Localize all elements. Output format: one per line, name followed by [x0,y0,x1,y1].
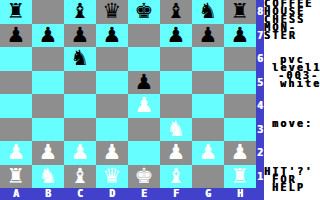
square-c8[interactable]: ♝ [64,0,96,24]
file-label-e: E [128,188,160,200]
square-d3[interactable] [96,118,128,142]
square-h6[interactable] [224,47,256,71]
square-h3[interactable] [224,118,256,142]
white-queen-piece-d1: ♛ [103,166,122,187]
rank-label-6: 6 [256,47,264,71]
square-f4[interactable] [160,94,192,118]
square-f1[interactable]: ♝ [160,165,192,189]
rank-label-7: 7 [256,24,264,48]
square-b7[interactable]: ♟ [32,24,64,48]
white-bishop-piece-c1: ♝ [71,166,90,187]
square-c3[interactable] [64,118,96,142]
black-pawn-piece-g7: ♟ [199,25,218,46]
file-label-h: H [224,188,256,200]
chess-board: ♜♝♛♚♝♞♜♟♟♟♟♟♟♟♞♟♟♞♟♟♟♟♟♟♟♜♞♝♛♚♝♜ [0,0,256,188]
rank-label-3: 3 [256,118,264,142]
white-king-piece-e1: ♚ [135,166,154,187]
file-label-f: F [160,188,192,200]
square-a6[interactable] [0,47,32,71]
rank-label-2: 2 [256,141,264,165]
square-g3[interactable] [192,118,224,142]
square-b5[interactable] [32,71,64,95]
black-king-piece-e8: ♚ [135,1,154,22]
white-pawn-piece-a2: ♟ [7,142,26,163]
chess-app-screen: ♜♝♛♚♝♞♜♟♟♟♟♟♟♟♞♟♟♞♟♟♟♟♟♟♟♜♞♝♛♚♝♜ 8765432… [0,0,320,200]
white-pawn-piece-h2: ♟ [231,142,250,163]
square-f2[interactable]: ♟ [160,141,192,165]
square-h5[interactable] [224,71,256,95]
side-to-move: white [280,80,320,88]
rank-label-4: 4 [256,94,264,118]
rank-label-1: 1 [256,165,264,189]
square-h1[interactable]: ♜ [224,165,256,189]
black-queen-piece-d8: ♛ [103,1,122,22]
title-line-5: STER [264,32,297,40]
black-bishop-piece-c8: ♝ [71,1,90,22]
black-pawn-piece-a7: ♟ [7,25,26,46]
square-a1[interactable]: ♜ [0,165,32,189]
square-c4[interactable] [64,94,96,118]
square-c6[interactable]: ♞ [64,47,96,71]
square-b2[interactable]: ♟ [32,141,64,165]
rank-label-strip: 87654321 [256,0,264,200]
square-f6[interactable] [160,47,192,71]
square-b3[interactable] [32,118,64,142]
white-bishop-piece-f1: ♝ [167,166,186,187]
file-label-d: D [96,188,128,200]
square-f5[interactable] [160,71,192,95]
file-label-strip: ABCDEFGH [0,188,264,200]
black-pawn-piece-e5: ♟ [135,72,154,93]
black-pawn-piece-h7: ♟ [231,25,250,46]
black-pawn-piece-d7: ♟ [103,25,122,46]
rank-label-5: 5 [256,71,264,95]
file-label-b: B [32,188,64,200]
square-g5[interactable] [192,71,224,95]
white-pawn-piece-e4: ♟ [135,95,154,116]
square-c2[interactable]: ♟ [64,141,96,165]
black-pawn-piece-b7: ♟ [39,25,58,46]
file-label-a: A [0,188,32,200]
square-d1[interactable]: ♛ [96,165,128,189]
black-pawn-piece-f7: ♟ [167,25,186,46]
black-knight-piece-c6: ♞ [71,48,90,69]
square-b6[interactable] [32,47,64,71]
rank-label-8: 8 [256,0,264,24]
black-bishop-piece-f8: ♝ [167,1,186,22]
white-pawn-piece-d2: ♟ [103,142,122,163]
square-d8[interactable]: ♛ [96,0,128,24]
square-b4[interactable] [32,94,64,118]
square-e5[interactable]: ♟ [128,71,160,95]
move-prompt[interactable]: move: [272,120,313,128]
white-pawn-piece-c2: ♟ [71,142,90,163]
file-label-g: G [192,188,224,200]
square-a8[interactable]: ♜ [0,0,32,24]
white-knight-piece-b1: ♞ [39,166,58,187]
square-c1[interactable]: ♝ [64,165,96,189]
square-g1[interactable] [192,165,224,189]
white-knight-piece-f3: ♞ [167,119,186,140]
square-d6[interactable] [96,47,128,71]
square-e1[interactable]: ♚ [128,165,160,189]
square-h8[interactable]: ♜ [224,0,256,24]
white-rook-piece-h1: ♜ [231,166,250,187]
square-g2[interactable]: ♟ [192,141,224,165]
white-pawn-piece-b2: ♟ [39,142,58,163]
square-e6[interactable] [128,47,160,71]
file-label-c: C [64,188,96,200]
square-d4[interactable] [96,94,128,118]
square-a4[interactable] [0,94,32,118]
square-e3[interactable] [128,118,160,142]
square-h2[interactable]: ♟ [224,141,256,165]
square-f8[interactable]: ♝ [160,0,192,24]
white-rook-piece-a1: ♜ [7,166,26,187]
square-e4[interactable]: ♟ [128,94,160,118]
square-f7[interactable]: ♟ [160,24,192,48]
white-pawn-piece-f2: ♟ [167,142,186,163]
square-d7[interactable]: ♟ [96,24,128,48]
square-h4[interactable] [224,94,256,118]
square-h7[interactable]: ♟ [224,24,256,48]
square-g6[interactable] [192,47,224,71]
square-b8[interactable] [32,0,64,24]
square-g8[interactable]: ♞ [192,0,224,24]
square-d2[interactable]: ♟ [96,141,128,165]
square-c5[interactable] [64,71,96,95]
square-e8[interactable]: ♚ [128,0,160,24]
black-rook-piece-h8: ♜ [231,1,250,22]
white-pawn-piece-g2: ♟ [199,142,218,163]
black-knight-piece-g8: ♞ [199,1,218,22]
black-rook-piece-a8: ♜ [7,1,26,22]
side-panel: COFFEEHOUSECHESSMON-STERpvclevel1-003-wh… [264,0,320,200]
square-a5[interactable] [0,71,32,95]
square-b1[interactable]: ♞ [32,165,64,189]
square-a7[interactable]: ♟ [0,24,32,48]
help-hint-3: HELP [272,184,305,192]
square-a2[interactable]: ♟ [0,141,32,165]
square-g4[interactable] [192,94,224,118]
square-d5[interactable] [96,71,128,95]
square-a3[interactable] [0,118,32,142]
square-f3[interactable]: ♞ [160,118,192,142]
square-e7[interactable] [128,24,160,48]
black-pawn-piece-c7: ♟ [71,25,90,46]
square-e2[interactable] [128,141,160,165]
square-g7[interactable]: ♟ [192,24,224,48]
square-c7[interactable]: ♟ [64,24,96,48]
